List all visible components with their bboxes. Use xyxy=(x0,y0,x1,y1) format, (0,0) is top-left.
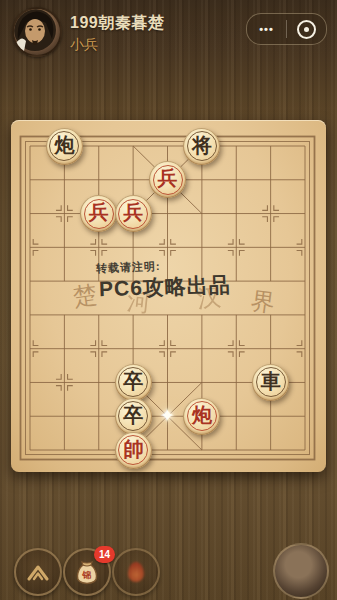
opponent-avatar[interactable] xyxy=(273,543,329,599)
piece-character: 帥 xyxy=(123,436,143,463)
bottom-bar: 锦 14 UCBUG 游戏网 .com xyxy=(0,540,337,600)
boost-button[interactable] xyxy=(112,548,160,596)
close-circle-icon[interactable] xyxy=(287,20,326,39)
piece-character: 兵 xyxy=(89,199,109,226)
more-options-icon[interactable]: ••• xyxy=(247,14,286,44)
piece-character: 車 xyxy=(261,368,281,395)
move-highlight-sparkle: ✦ xyxy=(160,404,176,427)
player-avatar[interactable] xyxy=(12,7,62,57)
red-piece-兵[interactable]: 兵 xyxy=(115,195,152,232)
piece-character: 兵 xyxy=(158,165,178,192)
black-piece-将[interactable]: 将 xyxy=(183,128,220,165)
rank-label: 小兵 xyxy=(70,36,98,54)
hint-pouch-button[interactable]: 锦 14 xyxy=(63,548,111,596)
red-piece-兵[interactable]: 兵 xyxy=(149,161,186,198)
pouch-count-badge: 14 xyxy=(94,546,115,563)
piece-character: 兵 xyxy=(123,199,143,226)
red-piece-帥[interactable]: 帥 xyxy=(115,432,152,469)
avatar-face-icon xyxy=(14,9,56,51)
money-pouch-icon: 锦 xyxy=(74,558,100,586)
level-title: 199朝秦暮楚 xyxy=(70,13,164,34)
svg-text:锦: 锦 xyxy=(82,570,92,580)
piece-character: 炮 xyxy=(54,132,74,159)
miniprogram-capsule: ••• xyxy=(246,13,327,45)
black-piece-卒[interactable]: 卒 xyxy=(115,364,152,401)
black-piece-車[interactable]: 車 xyxy=(252,364,289,401)
red-piece-兵[interactable]: 兵 xyxy=(80,195,117,232)
pieces-layer: 炮将兵兵兵卒車卒炮帥✦ xyxy=(11,120,326,472)
piece-character: 卒 xyxy=(123,368,143,395)
expand-button[interactable] xyxy=(14,548,62,596)
app-screen: 199朝秦暮楚 小兵 ••• 楚 河 汉 界 转载请注明: PC6攻略出品 炮将… xyxy=(0,0,337,600)
red-piece-炮[interactable]: 炮 xyxy=(183,398,220,435)
xiangqi-board[interactable]: 楚 河 汉 界 转载请注明: PC6攻略出品 炮将兵兵兵卒車卒炮帥✦ xyxy=(11,120,326,472)
black-piece-卒[interactable]: 卒 xyxy=(115,398,152,435)
piece-character: 将 xyxy=(192,132,212,159)
black-piece-炮[interactable]: 炮 xyxy=(46,128,83,165)
header: 199朝秦暮楚 小兵 ••• xyxy=(0,0,337,60)
chevron-up-icon xyxy=(27,563,49,581)
piece-character: 卒 xyxy=(123,402,143,429)
flame-icon xyxy=(128,562,144,582)
piece-character: 炮 xyxy=(192,402,212,429)
